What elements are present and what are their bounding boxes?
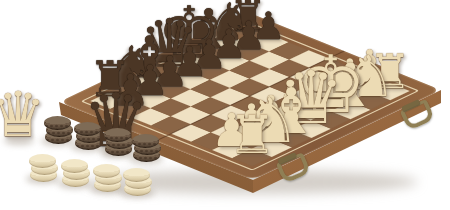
light-checker-disc[interactable]	[61, 159, 88, 173]
light-checker-disc[interactable]	[29, 154, 56, 168]
product-photo-scene: ♜♞♝♛♚♝♞♜♟♟♟♟♟♟♟♟♟♟♟♟♟♟♟♟♜♞♝♛♚♝♞♜♛♛	[0, 0, 450, 210]
light-checker-disc[interactable]	[93, 164, 120, 178]
dark-checker-disc[interactable]	[74, 122, 101, 136]
dark-checker-disc[interactable]	[104, 128, 131, 142]
dark-checker-disc[interactable]	[132, 134, 159, 148]
light-checker-disc[interactable]	[123, 168, 150, 182]
dark-checker-disc[interactable]	[44, 116, 71, 130]
spare-white-queen[interactable]: ♛	[0, 84, 46, 146]
white-rook-a1[interactable]: ♜	[228, 108, 276, 161]
